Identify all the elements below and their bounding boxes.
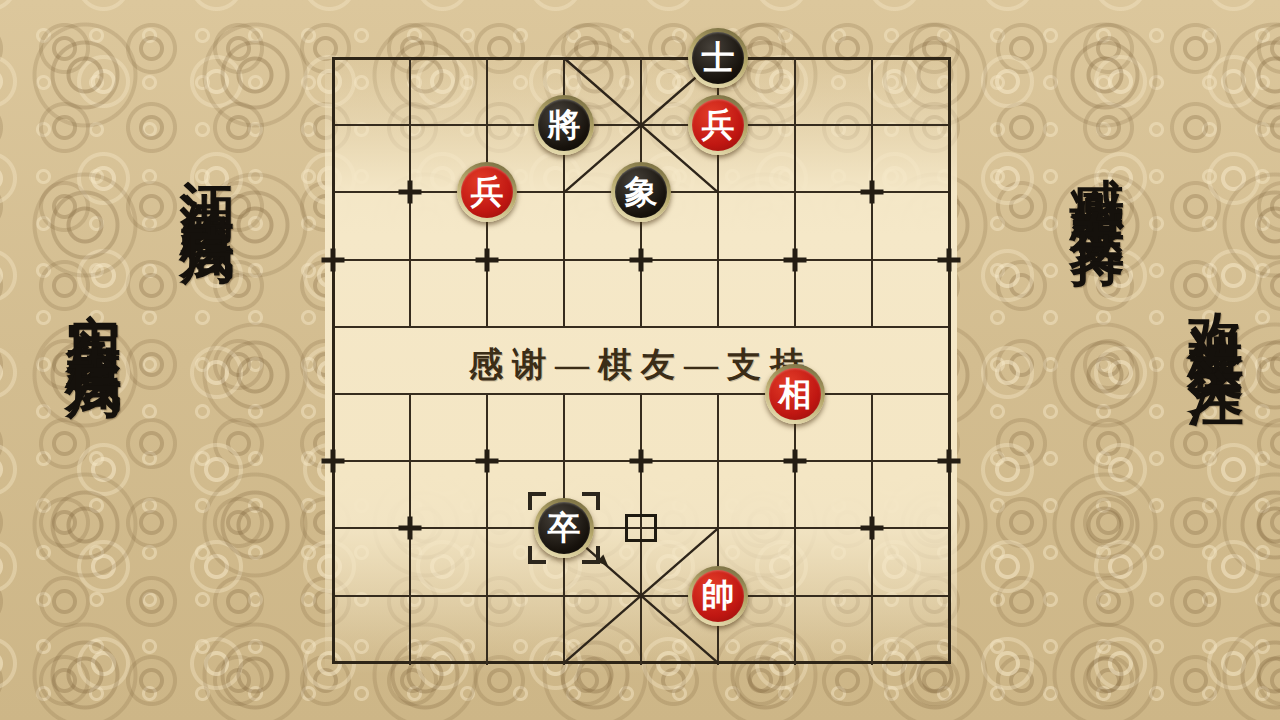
banner-inner-left: 江湖象棋残局 (170, 138, 243, 204)
position-marker (630, 248, 653, 271)
position-marker (399, 517, 422, 540)
position-marker (861, 517, 884, 540)
position-marker (784, 450, 807, 473)
position-marker (861, 181, 884, 204)
piece-black-general[interactable]: 將 (534, 95, 594, 155)
bracket-corner (528, 492, 546, 510)
position-marker (784, 248, 807, 271)
banner-outer-right: 欢迎棋友关注 (1178, 268, 1254, 334)
piece-red-elephant[interactable]: 相 (765, 364, 825, 424)
banner-inner-right: 感谢棋友支持 (1060, 134, 1133, 200)
position-marker (938, 450, 961, 473)
bracket-corner (528, 546, 546, 564)
position-marker (630, 450, 653, 473)
piece-red-soldier[interactable]: 兵 (457, 162, 517, 222)
position-marker (322, 450, 345, 473)
position-marker (322, 248, 345, 271)
xiangqi-board[interactable]: 感谢—棋友—支持 士將兵兵象相卒帥 (333, 58, 949, 663)
piece-black-elephant[interactable]: 象 (611, 162, 671, 222)
palace-diagonals (333, 58, 949, 663)
last-move-origin-marker (625, 514, 657, 542)
bracket-corner (582, 492, 600, 510)
position-marker (476, 248, 499, 271)
piece-red-general[interactable]: 帥 (688, 566, 748, 626)
piece-black-advisor[interactable]: 士 (688, 28, 748, 88)
piece-red-soldier[interactable]: 兵 (688, 95, 748, 155)
position-marker (938, 248, 961, 271)
bracket-corner (582, 546, 600, 564)
banner-outer-left: 实用象棋残局 (56, 268, 132, 334)
position-marker (476, 450, 499, 473)
position-marker (399, 181, 422, 204)
selected-piece-brackets (528, 492, 600, 564)
